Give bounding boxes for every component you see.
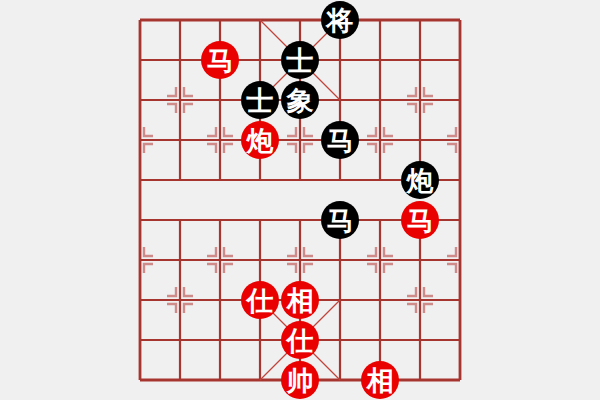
piece-grid: 将士士象马炮马马炮马仕相仕帅相 xyxy=(120,0,480,400)
piece-red-horse[interactable]: 马 xyxy=(401,201,439,239)
piece-black-advisor[interactable]: 士 xyxy=(281,41,319,79)
piece-red-horse[interactable]: 马 xyxy=(201,41,239,79)
piece-red-elephant[interactable]: 相 xyxy=(361,361,399,399)
piece-black-elephant[interactable]: 象 xyxy=(281,81,319,119)
piece-black-horse[interactable]: 马 xyxy=(321,201,359,239)
piece-red-advisor[interactable]: 仕 xyxy=(281,321,319,359)
piece-black-horse[interactable]: 马 xyxy=(321,121,359,159)
piece-red-general[interactable]: 帅 xyxy=(281,361,319,399)
piece-red-cannon[interactable]: 炮 xyxy=(241,121,279,159)
xiangqi-board: 将士士象马炮马马炮马仕相仕帅相 xyxy=(120,0,480,400)
xiangqi-diagram: 将士士象马炮马马炮马仕相仕帅相 xyxy=(0,0,600,400)
piece-red-elephant[interactable]: 相 xyxy=(281,281,319,319)
piece-black-general[interactable]: 将 xyxy=(321,1,359,39)
piece-red-advisor[interactable]: 仕 xyxy=(241,281,279,319)
piece-black-advisor[interactable]: 士 xyxy=(241,81,279,119)
piece-black-cannon[interactable]: 炮 xyxy=(401,161,439,199)
